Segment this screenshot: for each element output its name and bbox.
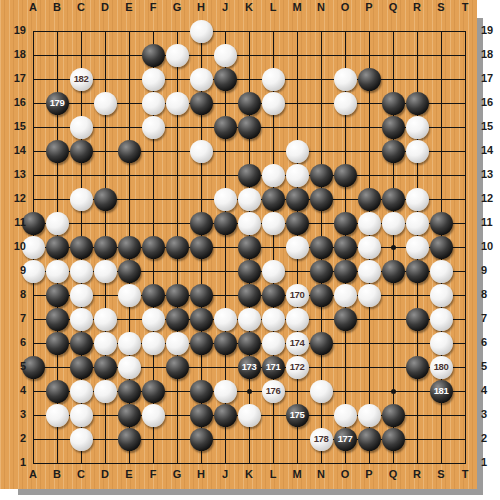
stone-white-E6 [118, 332, 141, 355]
stone-white-P3 [358, 404, 381, 427]
stone-white-F3 [142, 404, 165, 427]
stone-white-B9 [46, 260, 69, 283]
stone-black-H11 [190, 212, 213, 235]
coord-label-right-9: 9 [481, 264, 499, 276]
stone-white-G18 [166, 44, 189, 67]
stone-black-K15 [238, 116, 261, 139]
stone-white-L9 [262, 260, 285, 283]
stone-black-Q3 [382, 404, 405, 427]
stone-white-L6 [262, 332, 285, 355]
stone-white-C8 [70, 284, 93, 307]
stone-black-P2 [358, 428, 381, 451]
stone-black-K13 [238, 164, 261, 187]
stone-white-D16 [94, 92, 117, 115]
star-point-Q4 [391, 389, 396, 394]
coord-label-top-L: L [265, 1, 281, 13]
coord-label-left-16: 16 [2, 96, 26, 108]
stone-white-B11 [46, 212, 69, 235]
stone-black-N8 [310, 284, 333, 307]
stone-black-O11 [334, 212, 357, 235]
stone-white-H17 [190, 68, 213, 91]
coord-label-bottom-M: M [289, 468, 305, 480]
coord-label-right-4: 4 [481, 384, 499, 396]
coord-label-bottom-F: F [145, 468, 161, 480]
stone-black-K6 [238, 332, 261, 355]
stone-black-B16: 179 [46, 92, 69, 115]
stone-black-G7 [166, 308, 189, 331]
stone-white-P11 [358, 212, 381, 235]
coord-label-top-K: K [241, 1, 257, 13]
coord-label-bottom-Q: Q [385, 468, 401, 480]
coord-label-left-15: 15 [2, 120, 26, 132]
stone-black-J11 [214, 212, 237, 235]
coord-label-bottom-S: S [433, 468, 449, 480]
coord-label-right-12: 12 [481, 192, 499, 204]
coord-label-left-6: 6 [2, 336, 26, 348]
stone-black-H8 [190, 284, 213, 307]
stone-black-Q15 [382, 116, 405, 139]
stone-white-E5 [118, 356, 141, 379]
stone-black-K10 [238, 236, 261, 259]
coord-label-top-R: R [409, 1, 425, 13]
stone-black-J17 [214, 68, 237, 91]
stone-white-S8 [430, 284, 453, 307]
stone-white-F7 [142, 308, 165, 331]
stone-black-O9 [334, 260, 357, 283]
stone-black-C14 [70, 140, 93, 163]
stone-black-N9 [310, 260, 333, 283]
stone-black-D5 [94, 356, 117, 379]
stone-white-S9 [430, 260, 453, 283]
stone-black-D10 [94, 236, 117, 259]
coord-label-top-Q: Q [385, 1, 401, 13]
stone-white-O17 [334, 68, 357, 91]
coord-label-left-10: 10 [2, 240, 26, 252]
coord-label-left-19: 19 [2, 24, 26, 36]
stone-white-Q11 [382, 212, 405, 235]
stone-white-P8 [358, 284, 381, 307]
stone-white-N2: 178 [310, 428, 333, 451]
stone-black-O7 [334, 308, 357, 331]
stone-white-K3 [238, 404, 261, 427]
stone-white-P10 [358, 236, 381, 259]
coord-label-right-15: 15 [481, 120, 499, 132]
stone-white-R15 [406, 116, 429, 139]
stone-black-M11 [286, 212, 309, 235]
coord-label-right-19: 19 [481, 24, 499, 36]
coord-label-top-P: P [361, 1, 377, 13]
star-point-Q10 [391, 245, 396, 250]
coord-label-top-N: N [313, 1, 329, 13]
coord-label-left-18: 18 [2, 48, 26, 60]
stone-white-S5: 180 [430, 356, 453, 379]
stone-black-J15 [214, 116, 237, 139]
coord-label-top-C: C [73, 1, 89, 13]
stone-black-C10 [70, 236, 93, 259]
stone-black-M3: 175 [286, 404, 309, 427]
stone-black-B10 [46, 236, 69, 259]
stone-black-R7 [406, 308, 429, 331]
coord-label-top-E: E [121, 1, 137, 13]
stone-white-C17: 182 [70, 68, 93, 91]
stone-white-L11 [262, 212, 285, 235]
coord-label-bottom-T: T [457, 468, 473, 480]
coord-label-right-1: 1 [481, 456, 499, 468]
coord-label-bottom-P: P [361, 468, 377, 480]
stone-white-L13 [262, 164, 285, 187]
stone-white-O16 [334, 92, 357, 115]
stone-black-F10 [142, 236, 165, 259]
stone-black-Q14 [382, 140, 405, 163]
coord-label-right-8: 8 [481, 288, 499, 300]
stone-black-K9 [238, 260, 261, 283]
stone-white-L16 [262, 92, 285, 115]
stone-black-S11 [430, 212, 453, 235]
stone-black-R5 [406, 356, 429, 379]
coord-label-right-14: 14 [481, 144, 499, 156]
stone-black-E9 [118, 260, 141, 283]
stone-black-F8 [142, 284, 165, 307]
stone-black-E3 [118, 404, 141, 427]
stone-black-K5: 173 [238, 356, 261, 379]
stone-white-O3 [334, 404, 357, 427]
stone-white-M5: 172 [286, 356, 309, 379]
stone-white-N4 [310, 380, 333, 403]
coord-label-left-7: 7 [2, 312, 26, 324]
board-edge-shadow-right [477, 18, 483, 495]
stone-black-O13 [334, 164, 357, 187]
coord-label-right-10: 10 [481, 240, 499, 252]
coord-label-bottom-B: B [49, 468, 65, 480]
coord-label-bottom-G: G [169, 468, 185, 480]
stone-black-H10 [190, 236, 213, 259]
coord-label-bottom-N: N [313, 468, 329, 480]
stone-white-M13 [286, 164, 309, 187]
coord-label-left-8: 8 [2, 288, 26, 300]
coord-label-bottom-D: D [97, 468, 113, 480]
stone-white-C12 [70, 188, 93, 211]
stone-black-D12 [94, 188, 117, 211]
coord-label-right-11: 11 [481, 216, 499, 228]
stone-white-J18 [214, 44, 237, 67]
coord-label-left-13: 13 [2, 168, 26, 180]
board-grid-vline-T [465, 31, 466, 464]
stone-white-H14 [190, 140, 213, 163]
stone-black-E10 [118, 236, 141, 259]
stone-white-C3 [70, 404, 93, 427]
stone-white-C4 [70, 380, 93, 403]
go-game-screenshot: 182179170174173171172180176181175178177 … [0, 0, 500, 500]
stone-black-L12 [262, 188, 285, 211]
coord-label-top-D: D [97, 1, 113, 13]
stone-black-H7 [190, 308, 213, 331]
coord-label-right-3: 3 [481, 408, 499, 420]
stone-black-H3 [190, 404, 213, 427]
board-grid-hline-1 [33, 463, 466, 464]
stone-black-O10 [334, 236, 357, 259]
stone-black-F4 [142, 380, 165, 403]
stone-white-C15 [70, 116, 93, 139]
stone-white-M8: 170 [286, 284, 309, 307]
stone-black-R9 [406, 260, 429, 283]
coord-label-bottom-E: E [121, 468, 137, 480]
stone-black-J3 [214, 404, 237, 427]
stone-black-S4: 181 [430, 380, 453, 403]
stone-white-R12 [406, 188, 429, 211]
stone-black-C6 [70, 332, 93, 355]
coord-label-right-13: 13 [481, 168, 499, 180]
stone-white-P9 [358, 260, 381, 283]
stone-white-R10 [406, 236, 429, 259]
coord-label-top-O: O [337, 1, 353, 13]
coord-label-top-H: H [193, 1, 209, 13]
coord-label-right-7: 7 [481, 312, 499, 324]
stone-black-H2 [190, 428, 213, 451]
coord-label-right-2: 2 [481, 432, 499, 444]
stone-black-Q2 [382, 428, 405, 451]
stone-white-L17 [262, 68, 285, 91]
coord-label-left-9: 9 [2, 264, 26, 276]
coord-label-top-F: F [145, 1, 161, 13]
stone-white-S7 [430, 308, 453, 331]
coord-label-right-6: 6 [481, 336, 499, 348]
stone-white-C2 [70, 428, 93, 451]
stone-black-G10 [166, 236, 189, 259]
stone-black-H6 [190, 332, 213, 355]
stone-black-R16 [406, 92, 429, 115]
stone-white-R11 [406, 212, 429, 235]
stone-black-N12 [310, 188, 333, 211]
coord-label-bottom-K: K [241, 468, 257, 480]
coord-label-right-16: 16 [481, 96, 499, 108]
coord-label-bottom-O: O [337, 468, 353, 480]
stone-black-E14 [118, 140, 141, 163]
stone-black-K16 [238, 92, 261, 115]
stone-white-G6 [166, 332, 189, 355]
stone-white-D4 [94, 380, 117, 403]
stone-white-M10 [286, 236, 309, 259]
coord-label-bottom-J: J [217, 468, 233, 480]
stone-black-H16 [190, 92, 213, 115]
stone-white-K7 [238, 308, 261, 331]
stone-black-B8 [46, 284, 69, 307]
stone-white-J7 [214, 308, 237, 331]
stone-white-D6 [94, 332, 117, 355]
coord-label-top-S: S [433, 1, 449, 13]
coord-label-left-12: 12 [2, 192, 26, 204]
stone-white-F6 [142, 332, 165, 355]
stone-black-E2 [118, 428, 141, 451]
stone-white-M6: 174 [286, 332, 309, 355]
stone-black-Q9 [382, 260, 405, 283]
stone-white-L4: 176 [262, 380, 285, 403]
coord-label-bottom-C: C [73, 468, 89, 480]
stone-white-B3 [46, 404, 69, 427]
stone-white-F17 [142, 68, 165, 91]
coord-label-left-5: 5 [2, 360, 26, 372]
stone-white-J12 [214, 188, 237, 211]
coord-label-left-3: 3 [2, 408, 26, 420]
stone-white-O8 [334, 284, 357, 307]
coord-label-left-14: 14 [2, 144, 26, 156]
stone-white-G16 [166, 92, 189, 115]
coord-label-left-11: 11 [2, 216, 26, 228]
stone-black-F18 [142, 44, 165, 67]
stone-white-K11 [238, 212, 261, 235]
board-edge-shadow-bottom [18, 489, 483, 495]
stone-white-H19 [190, 20, 213, 43]
coord-label-top-J: J [217, 1, 233, 13]
coord-label-right-5: 5 [481, 360, 499, 372]
stone-black-B4 [46, 380, 69, 403]
stone-white-E8 [118, 284, 141, 307]
stone-black-B14 [46, 140, 69, 163]
stone-black-P12 [358, 188, 381, 211]
stone-white-J4 [214, 380, 237, 403]
stone-black-Q12 [382, 188, 405, 211]
coord-label-top-T: T [457, 1, 473, 13]
stone-black-N10 [310, 236, 333, 259]
stone-white-F15 [142, 116, 165, 139]
stone-black-L8 [262, 284, 285, 307]
stone-black-E4 [118, 380, 141, 403]
stone-black-B6 [46, 332, 69, 355]
stone-black-J6 [214, 332, 237, 355]
coord-label-bottom-R: R [409, 468, 425, 480]
stone-white-M7 [286, 308, 309, 331]
stone-black-P17 [358, 68, 381, 91]
stone-black-O2: 177 [334, 428, 357, 451]
stone-white-K12 [238, 188, 261, 211]
stone-black-Q16 [382, 92, 405, 115]
stone-white-M14 [286, 140, 309, 163]
star-point-K4 [247, 389, 252, 394]
coord-label-left-17: 17 [2, 72, 26, 84]
coord-label-left-4: 4 [2, 384, 26, 396]
go-board[interactable]: 182179170174173171172180176181175178177 [0, 0, 477, 489]
stone-white-R14 [406, 140, 429, 163]
stone-black-N13 [310, 164, 333, 187]
stone-white-D9 [94, 260, 117, 283]
stone-white-C9 [70, 260, 93, 283]
stone-black-C5 [70, 356, 93, 379]
coord-label-top-M: M [289, 1, 305, 13]
coord-label-bottom-H: H [193, 468, 209, 480]
coord-label-top-A: A [25, 1, 41, 13]
stone-black-H4 [190, 380, 213, 403]
coord-label-left-2: 2 [2, 432, 26, 444]
stone-white-F16 [142, 92, 165, 115]
coord-label-right-18: 18 [481, 48, 499, 60]
stone-black-S10 [430, 236, 453, 259]
stone-black-G5 [166, 356, 189, 379]
coord-label-bottom-A: A [25, 468, 41, 480]
coord-label-right-17: 17 [481, 72, 499, 84]
coord-label-top-G: G [169, 1, 185, 13]
stone-black-N6 [310, 332, 333, 355]
stone-white-C7 [70, 308, 93, 331]
coord-label-bottom-L: L [265, 468, 281, 480]
stone-black-B7 [46, 308, 69, 331]
stone-white-L7 [262, 308, 285, 331]
stone-black-L5: 171 [262, 356, 285, 379]
coord-label-top-B: B [49, 1, 65, 13]
stone-white-D7 [94, 308, 117, 331]
stone-white-S6 [430, 332, 453, 355]
coord-label-left-1: 1 [2, 456, 26, 468]
stone-black-K8 [238, 284, 261, 307]
stone-black-G8 [166, 284, 189, 307]
stone-black-M12 [286, 188, 309, 211]
